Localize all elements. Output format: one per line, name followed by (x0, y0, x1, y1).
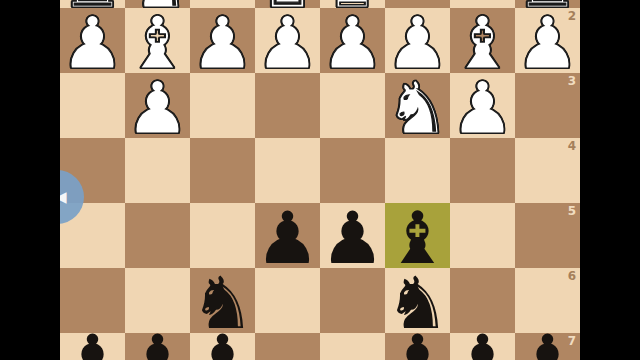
rank-label-5: 5 (568, 205, 576, 217)
square-g5[interactable] (125, 203, 190, 268)
square-e5[interactable]: ♟ (255, 203, 320, 268)
white-pawn[interactable]: ♟ (515, 11, 580, 76)
rank-label-6: 6 (568, 270, 576, 282)
square-d4[interactable] (320, 138, 385, 203)
square-g4[interactable] (125, 138, 190, 203)
video-frame: ♜♞♚♛♜♟♝♟♟♟♟♝2♟♟♞♟34♟♟♝5♞♞6♟♟♟♟♟7♟♜♚♛♝♜ ◀… (0, 0, 640, 360)
square-a3[interactable]: 3 (515, 73, 580, 138)
square-f4[interactable] (190, 138, 255, 203)
square-b2[interactable]: ♝ (450, 8, 515, 73)
square-c7[interactable]: ♟ (385, 333, 450, 360)
white-pawn[interactable]: ♟ (320, 11, 385, 76)
square-c4[interactable] (385, 138, 450, 203)
square-d3[interactable] (320, 73, 385, 138)
square-c2[interactable]: ♟ (385, 8, 450, 73)
square-e7[interactable] (255, 333, 320, 360)
square-g3[interactable]: ♟ (125, 73, 190, 138)
square-g2[interactable]: ♝ (125, 8, 190, 73)
black-pawn[interactable]: ♟ (255, 206, 320, 271)
black-pawn[interactable]: ♟ (450, 329, 515, 360)
square-d2[interactable]: ♟ (320, 8, 385, 73)
square-b7[interactable]: ♟ (450, 333, 515, 360)
square-d6[interactable] (320, 268, 385, 333)
square-e6[interactable] (255, 268, 320, 333)
square-e2[interactable]: ♟ (255, 8, 320, 73)
square-a4[interactable]: 4 (515, 138, 580, 203)
black-pawn[interactable]: ♟ (60, 329, 125, 360)
rank-label-4: 4 (568, 140, 576, 152)
letterbox-left (0, 0, 60, 360)
square-b5[interactable] (450, 203, 515, 268)
rank-label-3: 3 (568, 75, 576, 87)
white-pawn[interactable]: ♟ (190, 11, 255, 76)
letterbox-right (580, 0, 640, 360)
square-h2[interactable]: ♟ (60, 8, 125, 73)
black-pawn[interactable]: ♟ (385, 329, 450, 360)
square-b3[interactable]: ♟ (450, 73, 515, 138)
square-h3[interactable] (60, 73, 125, 138)
white-knight[interactable]: ♞ (385, 76, 450, 141)
chess-board: ♜♞♚♛♜♟♝♟♟♟♟♝2♟♟♞♟34♟♟♝5♞♞6♟♟♟♟♟7♟♜♚♛♝♜ (60, 0, 580, 360)
square-d5[interactable]: ♟ (320, 203, 385, 268)
white-pawn[interactable]: ♟ (450, 76, 515, 141)
square-e3[interactable] (255, 73, 320, 138)
white-pawn[interactable]: ♟ (60, 11, 125, 76)
square-f3[interactable] (190, 73, 255, 138)
square-d7[interactable] (320, 333, 385, 360)
square-a5[interactable]: 5 (515, 203, 580, 268)
black-pawn[interactable]: ♟ (125, 329, 190, 360)
square-c3[interactable]: ♞ (385, 73, 450, 138)
black-pawn[interactable]: ♟ (190, 329, 255, 360)
square-f5[interactable] (190, 203, 255, 268)
square-e4[interactable] (255, 138, 320, 203)
square-b4[interactable] (450, 138, 515, 203)
square-c5[interactable]: ♝ (385, 203, 450, 268)
square-a2[interactable]: 2♟ (515, 8, 580, 73)
square-g7[interactable]: ♟ (125, 333, 190, 360)
square-f7[interactable]: ♟ (190, 333, 255, 360)
square-h7[interactable]: ♟ (60, 333, 125, 360)
board-grid: ♜♞♚♛♜♟♝♟♟♟♟♝2♟♟♞♟34♟♟♝5♞♞6♟♟♟♟♟7♟♜♚♛♝♜ (60, 0, 580, 360)
black-pawn[interactable]: ♟ (515, 329, 580, 360)
square-a7[interactable]: 7♟ (515, 333, 580, 360)
white-pawn[interactable]: ♟ (125, 76, 190, 141)
white-pawn[interactable]: ♟ (255, 11, 320, 76)
square-f2[interactable]: ♟ (190, 8, 255, 73)
black-pawn[interactable]: ♟ (320, 206, 385, 271)
